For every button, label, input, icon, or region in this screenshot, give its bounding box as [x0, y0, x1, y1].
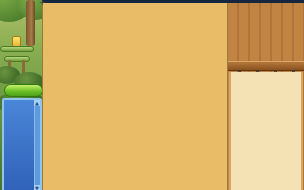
control-panel — [228, 3, 304, 190]
scroll-down-icon[interactable]: ▼ — [34, 185, 40, 190]
pavilion-roof — [0, 46, 34, 52]
student-list-panel[interactable]: ▲ ▼ — [2, 98, 42, 190]
app-window: ▲ ▼ + — [0, 0, 304, 190]
scene-panel: ▲ ▼ — [0, 0, 42, 190]
go-board[interactable]: + — [42, 3, 228, 190]
board-grid — [42, 3, 228, 190]
handout-return-button[interactable] — [4, 84, 42, 97]
scroll-up-icon[interactable]: ▲ — [34, 100, 40, 106]
tree-trunk — [26, 0, 35, 46]
list-scrollbar[interactable]: ▲ ▼ — [34, 100, 40, 190]
mouse-cursor-cross: + — [39, 0, 46, 7]
tool-scroll — [229, 72, 303, 190]
